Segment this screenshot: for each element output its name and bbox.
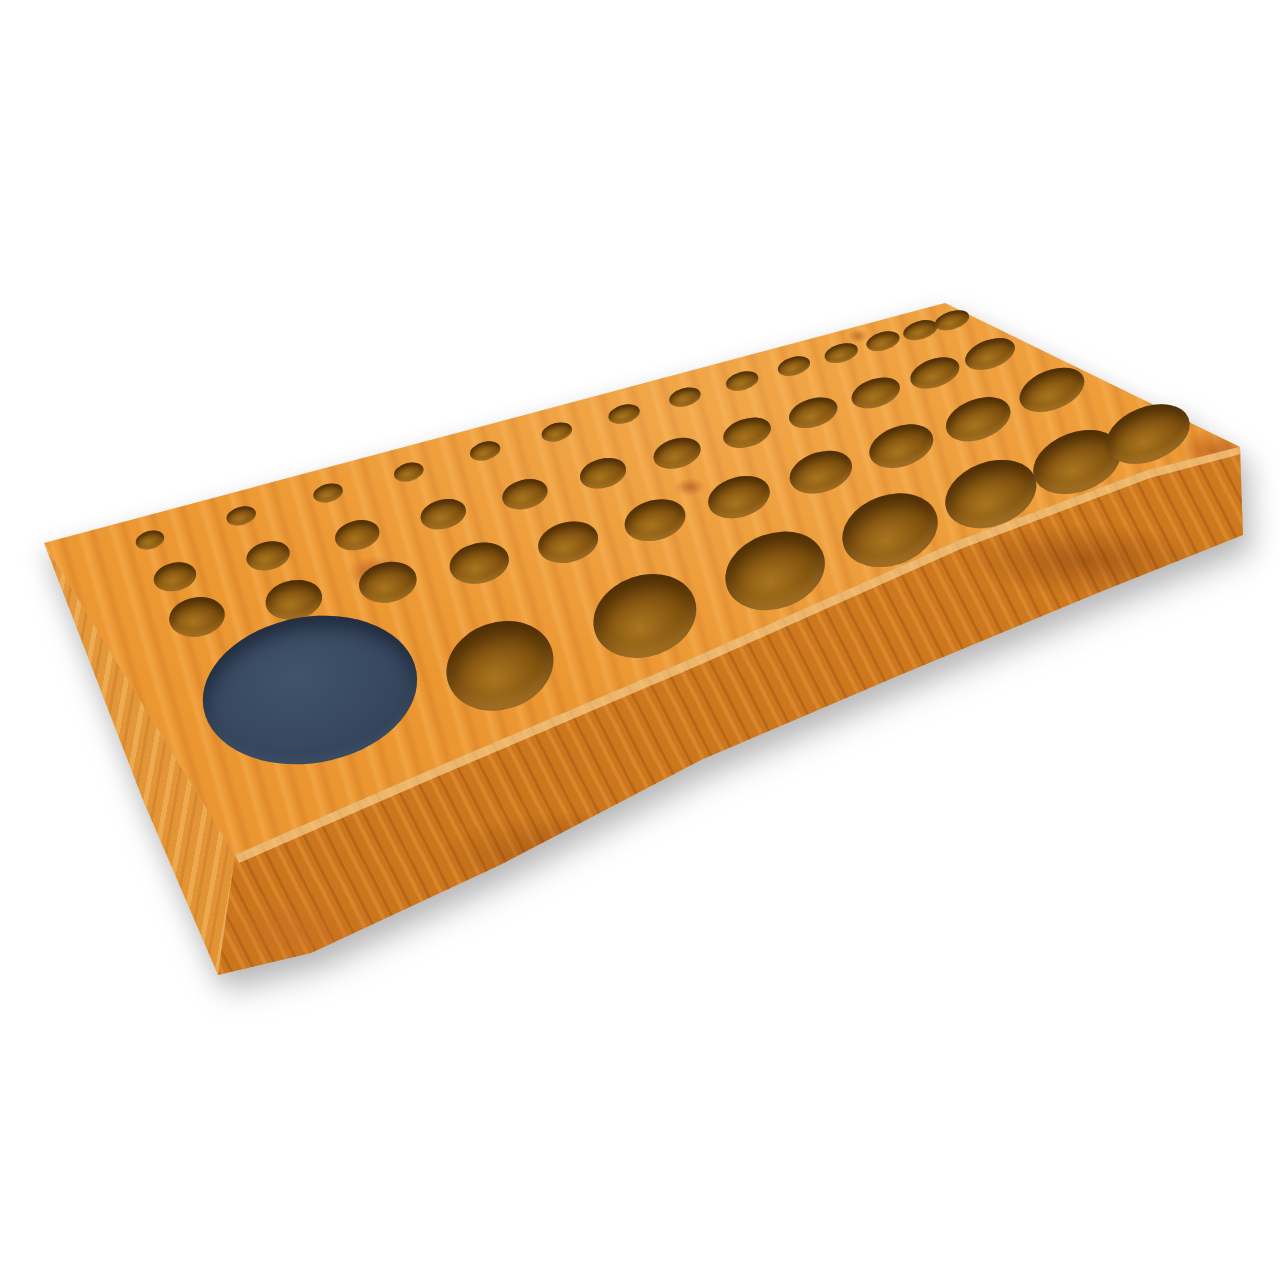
wooden-pit-board bbox=[0, 0, 1280, 1280]
photo-canvas bbox=[0, 0, 1280, 1280]
